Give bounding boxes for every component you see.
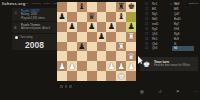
square-d5[interactable] [87, 32, 97, 42]
square-g7[interactable]: ♝ [116, 12, 126, 22]
square-g6[interactable] [116, 22, 126, 32]
square-b7[interactable] [67, 12, 77, 22]
your-turn-subtitle: Find the best move for White. [154, 64, 196, 67]
nav-menu: PlayPuzzlesLearnWatch [24, 2, 60, 5]
puzzle-session-dot[interactable] [69, 85, 72, 88]
square-c7[interactable] [77, 12, 87, 22]
square-c5[interactable] [77, 32, 87, 42]
themes-icon: ◭ [14, 24, 17, 29]
move-number: 13 [140, 12, 150, 16]
puzzle-played-text: Played 4,831 times [21, 17, 45, 21]
square-f3[interactable] [106, 51, 116, 61]
move-number: 18 [140, 37, 150, 41]
board-editor-icon[interactable]: ▦ [140, 89, 144, 94]
black-queen-d7[interactable]: ♛ [88, 12, 95, 21]
square-c4[interactable]: ♟ [77, 42, 87, 52]
black-pawn-a7[interactable]: ♟ [58, 12, 65, 21]
square-d6[interactable]: ♟ [87, 22, 97, 32]
themes-list: Advanced pawn, Attack [21, 27, 50, 31]
square-h1[interactable] [126, 71, 136, 81]
white-rook-h5[interactable]: ♜ [127, 32, 134, 41]
black-pawn-f6[interactable]: ♟ [108, 22, 115, 31]
white-pawn-h2[interactable]: ♟ [127, 62, 134, 71]
move-number: 14 [140, 17, 150, 21]
more-icon[interactable]: ⋯ [194, 89, 198, 94]
black-pawn-c4[interactable]: ♟ [78, 42, 85, 51]
puzzle-session-dot[interactable] [60, 85, 63, 88]
square-d8[interactable] [87, 2, 97, 12]
nav-menu-item-learn[interactable]: Learn [44, 2, 50, 5]
nav-menu-item-play[interactable]: Play [24, 2, 29, 5]
move-number: 15 [140, 22, 150, 26]
square-f2[interactable]: ♟ [106, 61, 116, 71]
square-f5[interactable] [106, 32, 116, 42]
square-b8[interactable] [67, 2, 77, 12]
rating-toggle-label: Your rating [20, 36, 32, 39]
chess-board[interactable]: ♝♜♚♟♛♝♟♟♟♟♟♜♟♜♛♟♟♟♟♟♚ [57, 2, 136, 81]
square-h8[interactable]: ♚ [126, 2, 136, 12]
square-e5[interactable]: ♟ [97, 32, 107, 42]
move-number: 12 [140, 7, 150, 11]
move-number: 20 [140, 46, 150, 50]
square-h3[interactable]: ♛ [126, 51, 136, 61]
black-rook-g8[interactable]: ♜ [118, 2, 125, 11]
white-pawn-b2[interactable]: ♟ [68, 62, 75, 71]
move-number: 11 [140, 2, 150, 6]
square-c2[interactable] [77, 61, 87, 71]
move-list: 11Re1Re812Bf1Bf813Ng5Qd714Nd5Bxd515exd5B… [140, 2, 198, 51]
square-h6[interactable]: ♟ [126, 22, 136, 32]
white-pawn-a2[interactable]: ♟ [58, 62, 65, 71]
white-king-icon: ♚ [143, 60, 150, 69]
square-c8[interactable]: ♝ [77, 2, 87, 12]
black-pawn-d6[interactable]: ♟ [88, 22, 95, 31]
move-number: 17 [140, 32, 150, 36]
move-cell[interactable]: h6 [172, 46, 194, 51]
square-h4[interactable] [126, 42, 136, 52]
nav-menu-item-puzzles[interactable]: Puzzles [32, 2, 41, 5]
square-a8[interactable] [57, 2, 67, 12]
puzzle-themes-card: ◭ Puzzle Themes Advanced pawn, Attack [12, 22, 57, 33]
black-bishop-g7[interactable]: ♝ [118, 12, 125, 21]
user-rating-card: Your rating 2008 [12, 34, 57, 50]
square-g2[interactable]: ♟ [116, 61, 126, 71]
square-e3[interactable] [97, 51, 107, 61]
black-pawn-b6[interactable]: ♟ [68, 22, 75, 31]
white-rook-g4[interactable]: ♜ [118, 42, 125, 51]
square-c6[interactable] [77, 22, 87, 32]
lichess-logo[interactable]: lichess.org [2, 1, 25, 6]
square-d3[interactable] [87, 51, 97, 61]
white-queen-h3[interactable]: ♛ [127, 52, 134, 61]
square-a5[interactable] [57, 32, 67, 42]
square-h5[interactable]: ♜ [126, 32, 136, 42]
square-b6[interactable]: ♟ [67, 22, 77, 32]
rating-toggle[interactable] [15, 36, 18, 39]
square-f6[interactable]: ♟ [106, 22, 116, 32]
square-a3[interactable] [57, 51, 67, 61]
white-pawn-f2[interactable]: ♟ [108, 62, 115, 71]
square-g1[interactable]: ♚ [116, 71, 126, 81]
square-a1[interactable] [57, 71, 67, 81]
square-e2[interactable] [97, 61, 107, 71]
square-h7[interactable] [126, 12, 136, 22]
square-f7[interactable] [106, 12, 116, 22]
square-b1[interactable] [67, 71, 77, 81]
square-b3[interactable] [67, 51, 77, 61]
puzzle-icon: ⚔ [14, 10, 18, 15]
move-row: 20Qh3h6 [140, 46, 198, 51]
black-bishop-c8[interactable]: ♝ [78, 2, 85, 11]
square-b5[interactable] [67, 32, 77, 42]
square-d4[interactable] [87, 42, 97, 52]
square-a6[interactable] [57, 22, 67, 32]
square-c3[interactable] [77, 51, 87, 61]
square-f1[interactable] [106, 71, 116, 81]
square-e7[interactable] [97, 12, 107, 22]
square-a2[interactable]: ♟ [57, 61, 67, 71]
square-f4[interactable] [106, 42, 116, 52]
square-f8[interactable] [106, 2, 116, 12]
move-number: 19 [140, 42, 150, 46]
square-g8[interactable]: ♜ [116, 2, 126, 12]
black-pawn-h6[interactable]: ♟ [127, 22, 134, 31]
square-a7[interactable]: ♟ [57, 12, 67, 22]
retry-icon[interactable]: ↺ [158, 89, 161, 94]
puzzle-session-dot[interactable] [65, 85, 68, 88]
square-e1[interactable] [97, 71, 107, 81]
square-d2[interactable] [87, 61, 97, 71]
square-b4[interactable] [67, 42, 77, 52]
move-cell[interactable]: Qh3 [150, 46, 172, 51]
square-g4[interactable]: ♜ [116, 42, 126, 52]
white-pawn-g2[interactable]: ♟ [118, 62, 125, 71]
square-e6[interactable] [97, 22, 107, 32]
square-c1[interactable] [77, 71, 87, 81]
square-h2[interactable]: ♟ [126, 61, 136, 71]
square-a4[interactable] [57, 42, 67, 52]
your-turn-box: ♚ Your turn Find the best move for White… [140, 57, 198, 71]
square-e4[interactable] [97, 42, 107, 52]
black-king-h8[interactable]: ♚ [127, 2, 134, 11]
puzzle-info-card: ⚔ Puzzle #58217 Rating: 2008 Played 4,83… [12, 8, 57, 21]
move-number: 16 [140, 27, 150, 31]
user-puzzle-rating: 2008 [12, 40, 57, 50]
black-pawn-e5[interactable]: ♟ [98, 32, 105, 41]
square-d1[interactable] [87, 71, 97, 81]
square-e8[interactable] [97, 2, 107, 12]
square-g3[interactable] [116, 51, 126, 61]
puzzle-toolbar: ▦↺⚑⋯ [140, 89, 198, 94]
square-b2[interactable]: ♟ [67, 61, 77, 71]
flag-icon[interactable]: ⚑ [176, 89, 180, 94]
white-king-g1[interactable]: ♚ [118, 72, 125, 81]
square-g5[interactable] [116, 32, 126, 42]
square-d7[interactable]: ♛ [87, 12, 97, 22]
